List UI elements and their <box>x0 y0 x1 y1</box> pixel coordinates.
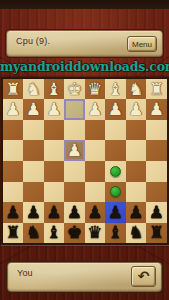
square-b5[interactable] <box>126 161 147 181</box>
black-bishop: ♝ <box>108 224 123 241</box>
square-b1[interactable]: ♞ <box>126 79 147 99</box>
black-pawn: ♟ <box>46 203 61 220</box>
square-d1[interactable]: ♛ <box>85 79 106 99</box>
black-knight: ♞ <box>128 224 143 241</box>
white-pawn: ♟ <box>128 101 143 118</box>
square-d3[interactable] <box>85 120 106 140</box>
square-f1[interactable]: ♝ <box>44 79 65 99</box>
white-rook: ♜ <box>5 80 20 97</box>
black-pawn: ♟ <box>108 203 123 220</box>
app-screen: Cpu (9). Menu myandroiddownloads.com ♜♞♝… <box>0 0 169 300</box>
black-rook: ♜ <box>5 224 20 241</box>
black-bishop: ♝ <box>46 224 61 241</box>
white-knight: ♞ <box>128 80 143 97</box>
move-hint-dot[interactable] <box>110 186 121 197</box>
square-d4[interactable] <box>85 140 106 161</box>
square-f7[interactable]: ♟ <box>44 202 65 222</box>
square-h7[interactable]: ♟ <box>3 202 24 222</box>
white-pawn: ♟ <box>149 101 164 118</box>
square-g1[interactable]: ♞ <box>23 79 44 99</box>
square-c3[interactable] <box>105 120 126 140</box>
white-queen: ♛ <box>87 80 102 97</box>
black-pawn: ♟ <box>67 203 82 220</box>
square-g7[interactable]: ♟ <box>23 202 44 222</box>
square-h2[interactable]: ♟ <box>3 99 24 119</box>
square-b6[interactable] <box>126 182 147 202</box>
black-king: ♚ <box>67 224 82 241</box>
player-bar: You ↶ <box>7 262 162 292</box>
square-g6[interactable] <box>23 182 44 202</box>
square-a7[interactable]: ♟ <box>146 202 167 222</box>
square-e1[interactable]: ♚ <box>64 79 85 99</box>
square-c5[interactable] <box>105 161 126 181</box>
square-c6[interactable] <box>105 182 126 202</box>
square-a6[interactable] <box>146 182 167 202</box>
square-e8[interactable]: ♚ <box>64 223 85 243</box>
square-e3[interactable] <box>64 120 85 140</box>
square-c7[interactable]: ♟ <box>105 202 126 222</box>
square-f2[interactable]: ♟ <box>44 99 65 119</box>
square-f5[interactable] <box>44 161 65 181</box>
square-h1[interactable]: ♜ <box>3 79 24 99</box>
opponent-bar: Cpu (9). Menu <box>6 30 163 57</box>
move-hint-dot[interactable] <box>110 166 121 177</box>
square-c8[interactable]: ♝ <box>105 223 126 243</box>
opponent-label: Cpu (9). <box>16 36 50 46</box>
white-bishop: ♝ <box>46 80 61 97</box>
square-d2[interactable]: ♟ <box>85 99 106 119</box>
square-e4[interactable]: ♟ <box>64 140 85 161</box>
square-a8[interactable]: ♜ <box>146 223 167 243</box>
square-a1[interactable]: ♜ <box>146 79 167 99</box>
player-label: You <box>17 268 33 278</box>
black-queen: ♛ <box>87 224 102 241</box>
square-g4[interactable] <box>23 140 44 161</box>
black-pawn: ♟ <box>5 203 20 220</box>
black-pawn: ♟ <box>128 203 143 220</box>
square-e2[interactable] <box>64 99 85 119</box>
square-g8[interactable]: ♞ <box>23 223 44 243</box>
white-knight: ♞ <box>26 80 41 97</box>
black-pawn: ♟ <box>87 203 102 220</box>
square-d8[interactable]: ♛ <box>85 223 106 243</box>
white-rook: ♜ <box>149 80 164 97</box>
square-h5[interactable] <box>3 161 24 181</box>
chess-board: ♜♞♝♚♛♝♞♜♟♟♟♟♟♟♟♟♟♟♟♟♟♟♟♟♜♞♝♚♛♝♞♜ <box>1 77 169 245</box>
square-e7[interactable]: ♟ <box>64 202 85 222</box>
square-d7[interactable]: ♟ <box>85 202 106 222</box>
white-pawn: ♟ <box>108 101 123 118</box>
square-e5[interactable] <box>64 161 85 181</box>
square-f3[interactable] <box>44 120 65 140</box>
square-d5[interactable] <box>85 161 106 181</box>
square-g3[interactable] <box>23 120 44 140</box>
square-a4[interactable] <box>146 140 167 161</box>
white-king: ♚ <box>67 80 82 97</box>
white-pawn: ♟ <box>5 101 20 118</box>
white-pawn: ♟ <box>87 101 102 118</box>
square-c1[interactable]: ♝ <box>105 79 126 99</box>
square-g5[interactable] <box>23 161 44 181</box>
square-a3[interactable] <box>146 120 167 140</box>
square-f8[interactable]: ♝ <box>44 223 65 243</box>
white-bishop: ♝ <box>108 80 123 97</box>
undo-button[interactable]: ↶ <box>131 266 156 287</box>
square-c4[interactable] <box>105 140 126 161</box>
square-h4[interactable] <box>3 140 24 161</box>
square-b2[interactable]: ♟ <box>126 99 147 119</box>
watermark-text: myandroiddownloads.com <box>0 59 169 74</box>
square-b7[interactable]: ♟ <box>126 202 147 222</box>
white-pawn: ♟ <box>46 101 61 118</box>
square-e6[interactable] <box>64 182 85 202</box>
square-g2[interactable]: ♟ <box>23 99 44 119</box>
square-a2[interactable]: ♟ <box>146 99 167 119</box>
square-b3[interactable] <box>126 120 147 140</box>
black-rook: ♜ <box>149 224 164 241</box>
black-pawn: ♟ <box>149 203 164 220</box>
square-d6[interactable] <box>85 182 106 202</box>
square-f6[interactable] <box>44 182 65 202</box>
undo-icon: ↶ <box>138 268 150 284</box>
white-pawn: ♟ <box>26 101 41 118</box>
square-h3[interactable] <box>3 120 24 140</box>
menu-button[interactable]: Menu <box>127 36 157 52</box>
status-bar <box>0 0 169 9</box>
black-knight: ♞ <box>26 224 41 241</box>
square-b4[interactable] <box>126 140 147 161</box>
square-h8[interactable]: ♜ <box>3 223 24 243</box>
square-f4[interactable] <box>44 140 65 161</box>
black-pawn: ♟ <box>26 203 41 220</box>
square-h6[interactable] <box>3 182 24 202</box>
square-b8[interactable]: ♞ <box>126 223 147 243</box>
square-c2[interactable]: ♟ <box>105 99 126 119</box>
white-pawn: ♟ <box>67 142 82 159</box>
square-a5[interactable] <box>146 161 167 181</box>
